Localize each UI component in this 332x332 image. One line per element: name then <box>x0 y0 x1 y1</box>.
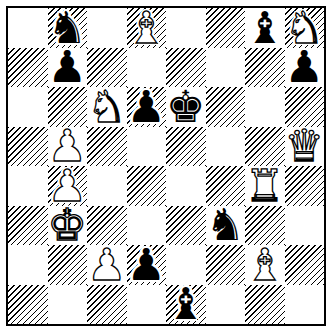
piece-black-king: ♚ <box>166 85 205 129</box>
piece-black-pawn: ♟ <box>127 243 166 287</box>
square-g8[interactable]: ♝ <box>245 8 285 48</box>
square-d2[interactable]: ♟ <box>127 245 167 285</box>
piece-white-rook: ♜ <box>245 164 284 208</box>
square-a5[interactable] <box>8 127 48 167</box>
square-f8[interactable] <box>206 8 246 48</box>
square-h1[interactable] <box>285 285 325 325</box>
piece-white-knight: ♞ <box>87 85 126 129</box>
square-f5[interactable] <box>206 127 246 167</box>
piece-black-pawn: ♟ <box>285 45 324 89</box>
square-e8[interactable] <box>166 8 206 48</box>
square-b2[interactable] <box>48 245 88 285</box>
piece-black-pawn: ♟ <box>48 45 87 89</box>
square-c6[interactable]: ♞ <box>87 87 127 127</box>
square-f7[interactable] <box>206 48 246 88</box>
piece-white-pawn: ♟ <box>87 243 126 287</box>
square-b1[interactable] <box>48 285 88 325</box>
square-c5[interactable] <box>87 127 127 167</box>
square-c1[interactable] <box>87 285 127 325</box>
square-g1[interactable] <box>245 285 285 325</box>
piece-white-bishop: ♝ <box>245 243 284 287</box>
square-b7[interactable]: ♟ <box>48 48 88 88</box>
square-g2[interactable]: ♝ <box>245 245 285 285</box>
square-g4[interactable]: ♜ <box>245 166 285 206</box>
square-a4[interactable] <box>8 166 48 206</box>
square-a8[interactable] <box>8 8 48 48</box>
square-h4[interactable] <box>285 166 325 206</box>
square-e1[interactable]: ♝ <box>166 285 206 325</box>
chess-diagram: ♞♝♝♞♟♟♞♟♚♟♛♟♜♚♞♟♟♝♝ <box>0 0 332 332</box>
chess-board: ♞♝♝♞♟♟♞♟♚♟♛♟♜♚♞♟♟♝♝ <box>6 6 326 326</box>
piece-black-pawn: ♟ <box>127 85 166 129</box>
square-f1[interactable] <box>206 285 246 325</box>
piece-black-knight: ♞ <box>206 203 245 247</box>
square-g6[interactable] <box>245 87 285 127</box>
square-h7[interactable]: ♟ <box>285 48 325 88</box>
square-a6[interactable] <box>8 87 48 127</box>
square-a7[interactable] <box>8 48 48 88</box>
square-e5[interactable] <box>166 127 206 167</box>
square-d6[interactable]: ♟ <box>127 87 167 127</box>
square-h3[interactable] <box>285 206 325 246</box>
square-g7[interactable] <box>245 48 285 88</box>
square-d8[interactable]: ♝ <box>127 8 167 48</box>
square-f2[interactable] <box>206 245 246 285</box>
square-a2[interactable] <box>8 245 48 285</box>
square-e4[interactable] <box>166 166 206 206</box>
square-c8[interactable] <box>87 8 127 48</box>
square-a1[interactable] <box>8 285 48 325</box>
piece-black-bishop: ♝ <box>166 282 205 326</box>
square-e6[interactable]: ♚ <box>166 87 206 127</box>
square-c4[interactable] <box>87 166 127 206</box>
piece-white-bishop: ♝ <box>127 6 166 50</box>
square-h2[interactable] <box>285 245 325 285</box>
square-d1[interactable] <box>127 285 167 325</box>
square-d4[interactable] <box>127 166 167 206</box>
piece-black-bishop: ♝ <box>245 6 284 50</box>
square-h5[interactable]: ♛ <box>285 127 325 167</box>
square-d5[interactable] <box>127 127 167 167</box>
square-e3[interactable] <box>166 206 206 246</box>
piece-white-queen: ♛ <box>285 124 324 168</box>
square-c2[interactable]: ♟ <box>87 245 127 285</box>
square-b3[interactable]: ♚ <box>48 206 88 246</box>
square-f3[interactable]: ♞ <box>206 206 246 246</box>
piece-white-king: ♚ <box>48 203 87 247</box>
square-f6[interactable] <box>206 87 246 127</box>
square-a3[interactable] <box>8 206 48 246</box>
